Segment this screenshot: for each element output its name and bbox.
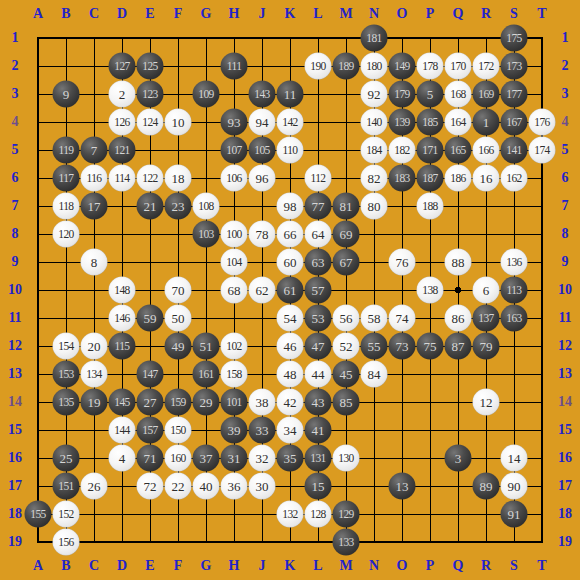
coord-label-left-13: 13: [0, 365, 30, 383]
stone-L11-move-53: 53: [305, 305, 332, 332]
stone-B8-move-120: 120: [53, 221, 80, 248]
stone-C7-move-17: 17: [81, 193, 108, 220]
stone-L16-move-131: 131: [305, 445, 332, 472]
stone-F4-move-10: 10: [165, 109, 192, 136]
stone-M2-move-189: 189: [333, 53, 360, 80]
stone-H8-move-100: 100: [221, 221, 248, 248]
coord-label-right-2: 2: [550, 57, 580, 75]
stone-R4-move-1: 1: [473, 109, 500, 136]
coord-label-right-9: 9: [550, 253, 580, 271]
coord-label-bottom-L: L: [304, 557, 332, 575]
stone-R6-move-16: 16: [473, 165, 500, 192]
stone-J16-move-32: 32: [249, 445, 276, 472]
coord-label-right-15: 15: [550, 421, 580, 439]
stone-E14-move-27: 27: [137, 389, 164, 416]
coord-label-right-17: 17: [550, 477, 580, 495]
stone-P7-move-188: 188: [417, 193, 444, 220]
stone-E11-move-59: 59: [137, 305, 164, 332]
coord-label-top-M: M: [332, 5, 360, 23]
coord-label-left-8: 8: [0, 225, 30, 243]
coord-label-bottom-R: R: [472, 557, 500, 575]
stone-Q2-move-170: 170: [445, 53, 472, 80]
coord-label-top-C: C: [80, 5, 108, 23]
stone-S2-move-173: 173: [501, 53, 528, 80]
stone-L17-move-15: 15: [305, 473, 332, 500]
stone-R14-move-12: 12: [473, 389, 500, 416]
stone-L6-move-112: 112: [305, 165, 332, 192]
stone-D3-move-2: 2: [109, 81, 136, 108]
stone-F12-move-49: 49: [165, 333, 192, 360]
stone-P4-move-185: 185: [417, 109, 444, 136]
stone-H10-move-68: 68: [221, 277, 248, 304]
stone-M18-move-129: 129: [333, 501, 360, 528]
stone-O3-move-179: 179: [389, 81, 416, 108]
stone-K9-move-60: 60: [277, 249, 304, 276]
stone-M19-move-133: 133: [333, 529, 360, 556]
stone-H13-move-158: 158: [221, 361, 248, 388]
coord-label-right-3: 3: [550, 85, 580, 103]
stone-S11-move-163: 163: [501, 305, 528, 332]
stone-D12-move-115: 115: [109, 333, 136, 360]
coord-label-left-14: 14: [0, 393, 30, 411]
coord-label-left-11: 11: [0, 309, 30, 327]
stone-K3-move-11: 11: [277, 81, 304, 108]
stone-H6-move-106: 106: [221, 165, 248, 192]
coord-label-top-O: O: [388, 5, 416, 23]
stone-K18-move-132: 132: [277, 501, 304, 528]
coord-label-left-10: 10: [0, 281, 30, 299]
stone-L7-move-77: 77: [305, 193, 332, 220]
stone-N4-move-140: 140: [361, 109, 388, 136]
stone-G8-move-103: 103: [193, 221, 220, 248]
stone-C5-move-7: 7: [81, 137, 108, 164]
stone-K11-move-54: 54: [277, 305, 304, 332]
stone-D10-move-148: 148: [109, 277, 136, 304]
stone-J17-move-30: 30: [249, 473, 276, 500]
stone-T5-move-174: 174: [529, 137, 556, 164]
stone-B17-move-151: 151: [53, 473, 80, 500]
coord-label-bottom-N: N: [360, 557, 388, 575]
coord-label-left-3: 3: [0, 85, 30, 103]
coord-label-bottom-B: B: [52, 557, 80, 575]
stone-O5-move-182: 182: [389, 137, 416, 164]
coord-label-right-18: 18: [550, 505, 580, 523]
stone-L13-move-44: 44: [305, 361, 332, 388]
coord-label-right-6: 6: [550, 169, 580, 187]
stone-H14-move-101: 101: [221, 389, 248, 416]
coord-label-right-1: 1: [550, 29, 580, 47]
coord-label-bottom-F: F: [164, 557, 192, 575]
stone-H4-move-93: 93: [221, 109, 248, 136]
stone-L8-move-64: 64: [305, 221, 332, 248]
stone-R10-move-6: 6: [473, 277, 500, 304]
coord-label-top-T: T: [528, 5, 556, 23]
coord-label-top-A: A: [24, 5, 52, 23]
coord-label-left-7: 7: [0, 197, 30, 215]
coord-label-left-2: 2: [0, 57, 30, 75]
stone-S5-move-141: 141: [501, 137, 528, 164]
stone-L9-move-63: 63: [305, 249, 332, 276]
coord-label-top-G: G: [192, 5, 220, 23]
stone-O6-move-183: 183: [389, 165, 416, 192]
stone-J8-move-78: 78: [249, 221, 276, 248]
stone-P5-move-171: 171: [417, 137, 444, 164]
stone-C14-move-19: 19: [81, 389, 108, 416]
stone-D11-move-146: 146: [109, 305, 136, 332]
stone-M16-move-130: 130: [333, 445, 360, 472]
stone-F14-move-159: 159: [165, 389, 192, 416]
stone-H9-move-104: 104: [221, 249, 248, 276]
stone-N6-move-82: 82: [361, 165, 388, 192]
stone-N3-move-92: 92: [361, 81, 388, 108]
coord-label-top-S: S: [500, 5, 528, 23]
stone-H17-move-36: 36: [221, 473, 248, 500]
stone-B6-move-117: 117: [53, 165, 80, 192]
coord-label-bottom-K: K: [276, 557, 304, 575]
coord-label-top-F: F: [164, 5, 192, 23]
coord-label-left-9: 9: [0, 253, 30, 271]
coord-label-bottom-C: C: [80, 557, 108, 575]
stone-F7-move-23: 23: [165, 193, 192, 220]
stone-B7-move-118: 118: [53, 193, 80, 220]
stone-S3-move-177: 177: [501, 81, 528, 108]
stone-H16-move-31: 31: [221, 445, 248, 472]
stone-E4-move-124: 124: [137, 109, 164, 136]
stone-K8-move-66: 66: [277, 221, 304, 248]
stone-K10-move-61: 61: [277, 277, 304, 304]
stone-J3-move-143: 143: [249, 81, 276, 108]
stone-M11-move-56: 56: [333, 305, 360, 332]
coord-label-top-Q: Q: [444, 5, 472, 23]
coord-label-right-10: 10: [550, 281, 580, 299]
stone-E16-move-71: 71: [137, 445, 164, 472]
stone-R11-move-137: 137: [473, 305, 500, 332]
stone-O11-move-74: 74: [389, 305, 416, 332]
stone-D5-move-121: 121: [109, 137, 136, 164]
stone-K13-move-48: 48: [277, 361, 304, 388]
stone-K16-move-35: 35: [277, 445, 304, 472]
stone-B14-move-135: 135: [53, 389, 80, 416]
stone-H12-move-102: 102: [221, 333, 248, 360]
stone-J14-move-38: 38: [249, 389, 276, 416]
stone-H5-move-107: 107: [221, 137, 248, 164]
stone-Q11-move-86: 86: [445, 305, 472, 332]
stone-K14-move-42: 42: [277, 389, 304, 416]
stone-C13-move-134: 134: [81, 361, 108, 388]
coord-label-bottom-J: J: [248, 557, 276, 575]
coord-label-right-8: 8: [550, 225, 580, 243]
coord-label-right-11: 11: [550, 309, 580, 327]
coord-label-right-13: 13: [550, 365, 580, 383]
stone-K5-move-110: 110: [277, 137, 304, 164]
coord-label-top-E: E: [136, 5, 164, 23]
stone-Q6-move-186: 186: [445, 165, 472, 192]
stone-J10-move-62: 62: [249, 277, 276, 304]
coord-label-left-1: 1: [0, 29, 30, 47]
coord-label-right-12: 12: [550, 337, 580, 355]
coord-label-bottom-A: A: [24, 557, 52, 575]
coord-label-bottom-H: H: [220, 557, 248, 575]
stone-H15-move-39: 39: [221, 417, 248, 444]
stone-E17-move-72: 72: [137, 473, 164, 500]
stone-F15-move-150: 150: [165, 417, 192, 444]
stone-M12-move-52: 52: [333, 333, 360, 360]
stone-J15-move-33: 33: [249, 417, 276, 444]
stone-Q12-move-87: 87: [445, 333, 472, 360]
stone-K15-move-34: 34: [277, 417, 304, 444]
coord-label-left-6: 6: [0, 169, 30, 187]
coord-label-left-15: 15: [0, 421, 30, 439]
stone-B5-move-119: 119: [53, 137, 80, 164]
coord-label-top-L: L: [304, 5, 332, 23]
stone-R12-move-79: 79: [473, 333, 500, 360]
coord-label-left-17: 17: [0, 477, 30, 495]
stone-O17-move-13: 13: [389, 473, 416, 500]
stone-S18-move-91: 91: [501, 501, 528, 528]
coord-label-bottom-G: G: [192, 557, 220, 575]
stone-G16-move-37: 37: [193, 445, 220, 472]
coord-label-top-H: H: [220, 5, 248, 23]
stone-D15-move-144: 144: [109, 417, 136, 444]
coord-label-bottom-S: S: [500, 557, 528, 575]
stone-P6-move-187: 187: [417, 165, 444, 192]
stone-B16-move-25: 25: [53, 445, 80, 472]
stone-R5-move-166: 166: [473, 137, 500, 164]
stone-B19-move-156: 156: [53, 529, 80, 556]
stone-H2-move-111: 111: [221, 53, 248, 80]
stone-B13-move-153: 153: [53, 361, 80, 388]
stone-C6-move-116: 116: [81, 165, 108, 192]
stone-S10-move-113: 113: [501, 277, 528, 304]
stone-K12-move-46: 46: [277, 333, 304, 360]
stone-N13-move-84: 84: [361, 361, 388, 388]
coord-label-bottom-Q: Q: [444, 557, 472, 575]
stone-M13-move-45: 45: [333, 361, 360, 388]
stone-L12-move-47: 47: [305, 333, 332, 360]
stone-B18-move-152: 152: [53, 501, 80, 528]
stone-F17-move-22: 22: [165, 473, 192, 500]
coord-label-bottom-M: M: [332, 557, 360, 575]
stone-B12-move-154: 154: [53, 333, 80, 360]
coord-label-left-4: 4: [0, 113, 30, 131]
stone-P3-move-5: 5: [417, 81, 444, 108]
coord-label-top-B: B: [52, 5, 80, 23]
coord-label-left-16: 16: [0, 449, 30, 467]
stone-L2-move-190: 190: [305, 53, 332, 80]
stone-E6-move-122: 122: [137, 165, 164, 192]
stone-O12-move-73: 73: [389, 333, 416, 360]
stone-S1-move-175: 175: [501, 25, 528, 52]
stone-G13-move-161: 161: [193, 361, 220, 388]
stone-P12-move-75: 75: [417, 333, 444, 360]
stone-J5-move-105: 105: [249, 137, 276, 164]
stone-S16-move-14: 14: [501, 445, 528, 472]
stone-L15-move-41: 41: [305, 417, 332, 444]
stone-Q3-move-168: 168: [445, 81, 472, 108]
stone-M14-move-85: 85: [333, 389, 360, 416]
go-board: AABBCCDDEEFFGGHHJJKKLLMMNNOOPPQQRRSSTT11…: [0, 0, 580, 580]
stone-K7-move-98: 98: [277, 193, 304, 220]
stone-P10-move-138: 138: [417, 277, 444, 304]
stone-G7-move-108: 108: [193, 193, 220, 220]
coord-label-top-N: N: [360, 5, 388, 23]
star-point-Q10: [455, 287, 461, 293]
coord-label-top-R: R: [472, 5, 500, 23]
coord-label-top-P: P: [416, 5, 444, 23]
stone-A18-move-155: 155: [25, 501, 52, 528]
coord-label-bottom-P: P: [416, 557, 444, 575]
stone-N12-move-55: 55: [361, 333, 388, 360]
stone-T4-move-176: 176: [529, 109, 556, 136]
stone-O2-move-149: 149: [389, 53, 416, 80]
stone-S9-move-136: 136: [501, 249, 528, 276]
stone-N2-move-180: 180: [361, 53, 388, 80]
stone-M8-move-69: 69: [333, 221, 360, 248]
coord-label-bottom-D: D: [108, 557, 136, 575]
stone-G17-move-40: 40: [193, 473, 220, 500]
stone-F11-move-50: 50: [165, 305, 192, 332]
coord-label-left-5: 5: [0, 141, 30, 159]
stone-O9-move-76: 76: [389, 249, 416, 276]
stone-R17-move-89: 89: [473, 473, 500, 500]
stone-E7-move-21: 21: [137, 193, 164, 220]
stone-G3-move-109: 109: [193, 81, 220, 108]
stone-G14-move-29: 29: [193, 389, 220, 416]
stone-L18-move-128: 128: [305, 501, 332, 528]
stone-R3-move-169: 169: [473, 81, 500, 108]
stone-E13-move-147: 147: [137, 361, 164, 388]
coord-label-bottom-E: E: [136, 557, 164, 575]
stone-J4-move-94: 94: [249, 109, 276, 136]
stone-C17-move-26: 26: [81, 473, 108, 500]
stone-E15-move-157: 157: [137, 417, 164, 444]
stone-N11-move-58: 58: [361, 305, 388, 332]
stone-E3-move-123: 123: [137, 81, 164, 108]
stone-G12-move-51: 51: [193, 333, 220, 360]
coord-label-bottom-O: O: [388, 557, 416, 575]
stone-B3-move-9: 9: [53, 81, 80, 108]
coord-label-right-16: 16: [550, 449, 580, 467]
stone-Q9-move-88: 88: [445, 249, 472, 276]
coord-label-right-7: 7: [550, 197, 580, 215]
stone-J6-move-96: 96: [249, 165, 276, 192]
stone-P2-move-178: 178: [417, 53, 444, 80]
stone-M9-move-67: 67: [333, 249, 360, 276]
stone-L10-move-57: 57: [305, 277, 332, 304]
coord-label-top-D: D: [108, 5, 136, 23]
stone-F10-move-70: 70: [165, 277, 192, 304]
stone-F6-move-18: 18: [165, 165, 192, 192]
coord-label-left-12: 12: [0, 337, 30, 355]
coord-label-left-19: 19: [0, 533, 30, 551]
stone-C9-move-8: 8: [81, 249, 108, 276]
stone-D16-move-4: 4: [109, 445, 136, 472]
stone-S6-move-162: 162: [501, 165, 528, 192]
stone-F16-move-160: 160: [165, 445, 192, 472]
coord-label-top-J: J: [248, 5, 276, 23]
stone-M7-move-81: 81: [333, 193, 360, 220]
stone-O4-move-139: 139: [389, 109, 416, 136]
stone-Q16-move-3: 3: [445, 445, 472, 472]
stone-D14-move-145: 145: [109, 389, 136, 416]
stone-S4-move-167: 167: [501, 109, 528, 136]
stone-Q4-move-164: 164: [445, 109, 472, 136]
coord-label-right-19: 19: [550, 533, 580, 551]
stone-N7-move-80: 80: [361, 193, 388, 220]
stone-N5-move-184: 184: [361, 137, 388, 164]
coord-label-right-14: 14: [550, 393, 580, 411]
coord-label-top-K: K: [276, 5, 304, 23]
coord-label-bottom-T: T: [528, 557, 556, 575]
stone-C12-move-20: 20: [81, 333, 108, 360]
stone-E2-move-125: 125: [137, 53, 164, 80]
stone-D6-move-114: 114: [109, 165, 136, 192]
stone-D4-move-126: 126: [109, 109, 136, 136]
stone-Q5-move-165: 165: [445, 137, 472, 164]
stone-N1-move-181: 181: [361, 25, 388, 52]
stone-K4-move-142: 142: [277, 109, 304, 136]
stone-D2-move-127: 127: [109, 53, 136, 80]
stone-R2-move-172: 172: [473, 53, 500, 80]
stone-S17-move-90: 90: [501, 473, 528, 500]
stone-L14-move-43: 43: [305, 389, 332, 416]
